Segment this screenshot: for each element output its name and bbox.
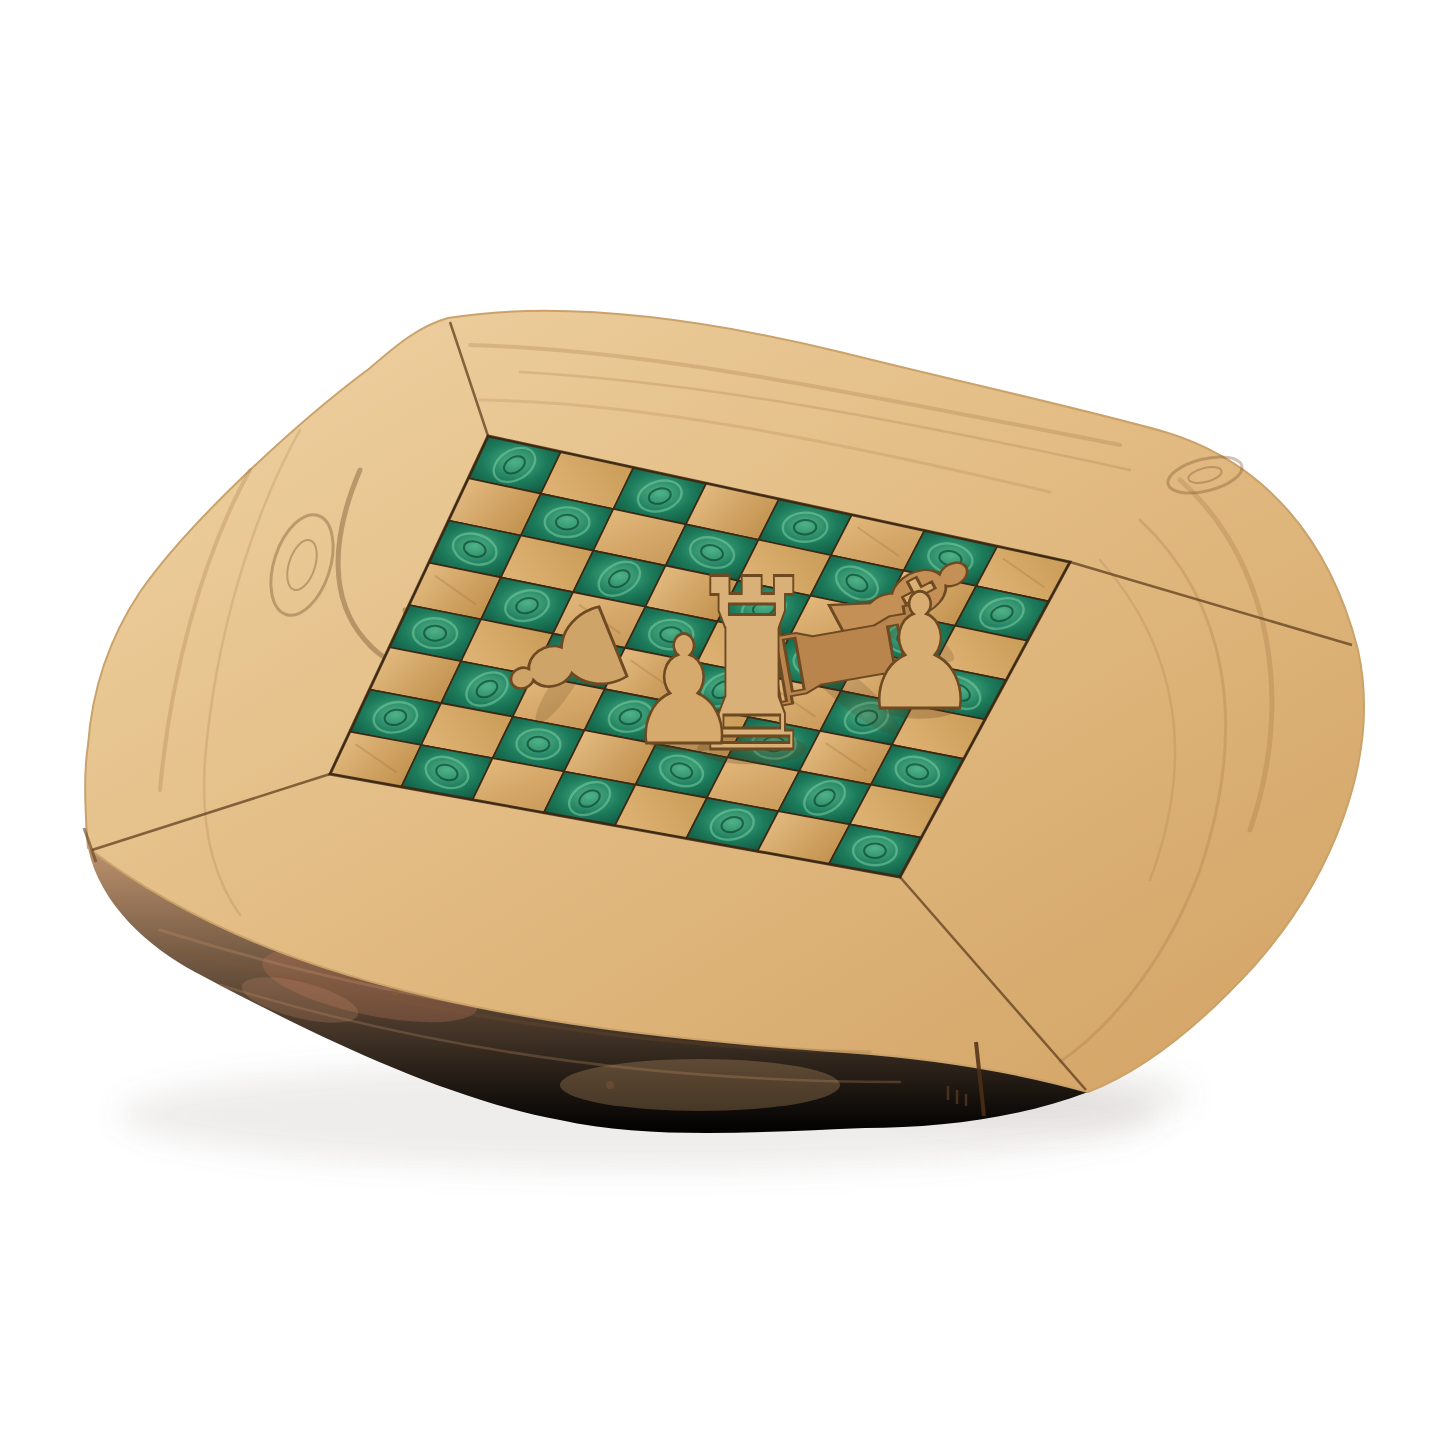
chessboard-photo: ♟♝♜♜♟♟	[0, 0, 1445, 1445]
pawn-piece-e3[interactable]: ♟	[627, 604, 741, 779]
product-photo-canvas: ♟♝♜♜♟♟	[0, 0, 1445, 1445]
pawn-piece-g5[interactable]: ♟	[859, 560, 981, 746]
